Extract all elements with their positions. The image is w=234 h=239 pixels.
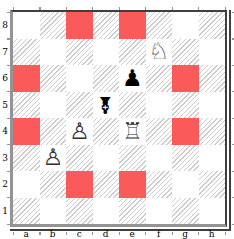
square-a2 — [13, 171, 40, 198]
square-e8 — [119, 12, 146, 39]
square-h1 — [199, 198, 226, 225]
square-d6 — [93, 65, 120, 92]
white-rook-e4: ♖ — [122, 120, 143, 143]
file-labels: abcdefgh — [13, 228, 225, 239]
square-d2 — [93, 171, 120, 198]
file-label-e: e — [119, 228, 146, 239]
square-a5 — [13, 92, 40, 119]
black-camel-d5: ♝ — [95, 93, 116, 116]
rank-label-1: 1 — [0, 198, 10, 225]
square-f3 — [146, 145, 173, 172]
square-g3 — [172, 145, 199, 172]
square-h2 — [199, 171, 226, 198]
square-g4 — [172, 118, 199, 145]
square-h3 — [199, 145, 226, 172]
square-g8 — [172, 12, 199, 39]
square-e4: ♖ — [119, 118, 146, 145]
square-c1 — [66, 198, 93, 225]
square-a7 — [13, 39, 40, 66]
file-label-g: g — [172, 228, 199, 239]
square-g7 — [172, 39, 199, 66]
file-label-a: a — [13, 228, 40, 239]
square-h5 — [199, 92, 226, 119]
square-c2 — [66, 171, 93, 198]
file-label-f: f — [146, 228, 173, 239]
white-knight-f7: ♘ — [148, 40, 169, 63]
square-b6 — [40, 65, 67, 92]
square-e1 — [119, 198, 146, 225]
board-shadow-right — [229, 10, 231, 231]
square-f5 — [146, 92, 173, 119]
square-h8 — [199, 12, 226, 39]
black-pawn-e6: ♟ — [122, 67, 143, 90]
square-e7 — [119, 39, 146, 66]
chess-board: ♘♟♝♙♖♙ — [13, 12, 225, 224]
square-g2 — [172, 171, 199, 198]
square-f8 — [146, 12, 173, 39]
square-c8 — [66, 12, 93, 39]
board-frame: ♘♟♝♙♖♙ — [10, 10, 227, 227]
square-a4 — [13, 118, 40, 145]
rank-label-7: 7 — [0, 39, 10, 66]
square-f6 — [146, 65, 173, 92]
square-d1 — [93, 198, 120, 225]
square-g5 — [172, 92, 199, 119]
square-h6 — [199, 65, 226, 92]
square-h7 — [199, 39, 226, 66]
square-c7 — [66, 39, 93, 66]
square-e2 — [119, 171, 146, 198]
square-b2 — [40, 171, 67, 198]
chess-diagram: 87654321 ♘♟♝♙♖♙ abcdefgh — [0, 0, 234, 239]
square-a6 — [13, 65, 40, 92]
rank-label-8: 8 — [0, 12, 10, 39]
square-b7 — [40, 39, 67, 66]
square-f7: ♘ — [146, 39, 173, 66]
square-a1 — [13, 198, 40, 225]
square-a3 — [13, 145, 40, 172]
square-h4 — [199, 118, 226, 145]
square-f1 — [146, 198, 173, 225]
file-label-d: d — [93, 228, 120, 239]
square-e6: ♟ — [119, 65, 146, 92]
square-c5 — [66, 92, 93, 119]
tick-marks-right — [232, 12, 234, 225]
square-g1 — [172, 198, 199, 225]
white-pawn-c4: ♙ — [69, 120, 90, 143]
square-f4 — [146, 118, 173, 145]
square-b8 — [40, 12, 67, 39]
rank-label-2: 2 — [0, 171, 10, 198]
square-b3: ♙ — [40, 145, 67, 172]
rank-labels: 87654321 — [0, 12, 10, 224]
square-b1 — [40, 198, 67, 225]
square-d5: ♝ — [93, 92, 120, 119]
square-c6 — [66, 65, 93, 92]
square-d4 — [93, 118, 120, 145]
rank-label-6: 6 — [0, 65, 10, 92]
square-b5 — [40, 92, 67, 119]
square-d8 — [93, 12, 120, 39]
file-label-c: c — [66, 228, 93, 239]
square-c3 — [66, 145, 93, 172]
white-pawn-b3: ♙ — [42, 146, 63, 169]
square-b4 — [40, 118, 67, 145]
square-e3 — [119, 145, 146, 172]
square-d3 — [93, 145, 120, 172]
square-g6 — [172, 65, 199, 92]
square-e5 — [119, 92, 146, 119]
square-a8 — [13, 12, 40, 39]
square-c4: ♙ — [66, 118, 93, 145]
rank-label-3: 3 — [0, 145, 10, 172]
file-label-h: h — [199, 228, 226, 239]
square-d7 — [93, 39, 120, 66]
file-label-b: b — [40, 228, 67, 239]
rank-label-4: 4 — [0, 118, 10, 145]
square-f2 — [146, 171, 173, 198]
rank-label-5: 5 — [0, 92, 10, 119]
